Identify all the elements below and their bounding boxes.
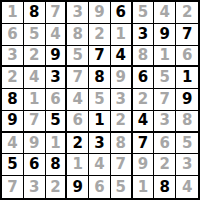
cell-r4c2[interactable]: 4: [24, 67, 46, 89]
cell-r4c8[interactable]: 5: [154, 67, 176, 89]
cell-r4c6[interactable]: 9: [111, 67, 133, 89]
cell-r2c7[interactable]: 3: [133, 24, 155, 46]
cell-r8c6[interactable]: 7: [111, 154, 133, 176]
cell-r9c6[interactable]: 5: [111, 176, 133, 198]
cell-r1c2[interactable]: 8: [24, 2, 46, 24]
cell-r1c1[interactable]: 1: [2, 2, 24, 24]
cell-r5c9[interactable]: 9: [176, 89, 198, 111]
cell-r4c9[interactable]: 1: [176, 67, 198, 89]
cell-r6c3[interactable]: 5: [46, 111, 68, 133]
cell-r3c2[interactable]: 2: [24, 46, 46, 68]
cell-r3c7[interactable]: 8: [133, 46, 155, 68]
cell-r1c9[interactable]: 2: [176, 2, 198, 24]
cell-r6c8[interactable]: 3: [154, 111, 176, 133]
cell-r1c3[interactable]: 7: [46, 2, 68, 24]
cell-r9c8[interactable]: 8: [154, 176, 176, 198]
cell-r5c8[interactable]: 7: [154, 89, 176, 111]
cell-r7c1[interactable]: 4: [2, 133, 24, 155]
cell-r8c9[interactable]: 3: [176, 154, 198, 176]
cell-r3c6[interactable]: 4: [111, 46, 133, 68]
sudoku-board: 1873965426548213973295748162437896518164…: [0, 0, 200, 200]
cell-r7c3[interactable]: 1: [46, 133, 68, 155]
cell-r9c1[interactable]: 7: [2, 176, 24, 198]
cell-r5c5[interactable]: 5: [89, 89, 111, 111]
cell-r1c4[interactable]: 3: [67, 2, 89, 24]
cell-r9c5[interactable]: 6: [89, 176, 111, 198]
cell-r7c9[interactable]: 5: [176, 133, 198, 155]
cell-r8c7[interactable]: 9: [133, 154, 155, 176]
cell-r4c4[interactable]: 7: [67, 67, 89, 89]
cell-r6c9[interactable]: 8: [176, 111, 198, 133]
cell-r5c6[interactable]: 3: [111, 89, 133, 111]
cell-r8c2[interactable]: 6: [24, 154, 46, 176]
cell-r1c7[interactable]: 5: [133, 2, 155, 24]
cell-r2c6[interactable]: 1: [111, 24, 133, 46]
cell-r9c7[interactable]: 1: [133, 176, 155, 198]
cell-r2c4[interactable]: 8: [67, 24, 89, 46]
cell-r6c4[interactable]: 6: [67, 111, 89, 133]
cell-r3c9[interactable]: 6: [176, 46, 198, 68]
cell-r8c5[interactable]: 4: [89, 154, 111, 176]
cell-r1c5[interactable]: 9: [89, 2, 111, 24]
cell-r5c1[interactable]: 8: [2, 89, 24, 111]
cell-r4c7[interactable]: 6: [133, 67, 155, 89]
cell-r7c4[interactable]: 2: [67, 133, 89, 155]
cell-r6c5[interactable]: 1: [89, 111, 111, 133]
cell-r3c5[interactable]: 7: [89, 46, 111, 68]
cell-r3c4[interactable]: 5: [67, 46, 89, 68]
cell-r9c4[interactable]: 9: [67, 176, 89, 198]
cell-r8c3[interactable]: 8: [46, 154, 68, 176]
cell-r9c2[interactable]: 3: [24, 176, 46, 198]
cell-r2c8[interactable]: 9: [154, 24, 176, 46]
cell-r6c1[interactable]: 9: [2, 111, 24, 133]
cell-r4c5[interactable]: 8: [89, 67, 111, 89]
cell-r3c8[interactable]: 1: [154, 46, 176, 68]
cell-r5c4[interactable]: 4: [67, 89, 89, 111]
cell-r7c6[interactable]: 8: [111, 133, 133, 155]
cell-r1c6[interactable]: 6: [111, 2, 133, 24]
cell-r4c1[interactable]: 2: [2, 67, 24, 89]
cell-r5c3[interactable]: 6: [46, 89, 68, 111]
cell-r4c3[interactable]: 3: [46, 67, 68, 89]
cell-r1c8[interactable]: 4: [154, 2, 176, 24]
cell-r5c7[interactable]: 2: [133, 89, 155, 111]
cell-r8c8[interactable]: 2: [154, 154, 176, 176]
cell-r2c5[interactable]: 2: [89, 24, 111, 46]
cell-r2c9[interactable]: 7: [176, 24, 198, 46]
cell-r3c3[interactable]: 9: [46, 46, 68, 68]
cell-r7c8[interactable]: 6: [154, 133, 176, 155]
cell-r6c7[interactable]: 4: [133, 111, 155, 133]
cell-r2c2[interactable]: 5: [24, 24, 46, 46]
cell-r9c9[interactable]: 4: [176, 176, 198, 198]
cell-r5c2[interactable]: 1: [24, 89, 46, 111]
cell-r6c6[interactable]: 2: [111, 111, 133, 133]
cell-r9c3[interactable]: 2: [46, 176, 68, 198]
cell-r7c7[interactable]: 7: [133, 133, 155, 155]
cell-r2c1[interactable]: 6: [2, 24, 24, 46]
cell-r8c1[interactable]: 5: [2, 154, 24, 176]
cell-r8c4[interactable]: 1: [67, 154, 89, 176]
cell-r7c2[interactable]: 9: [24, 133, 46, 155]
cell-r6c2[interactable]: 7: [24, 111, 46, 133]
cell-r7c5[interactable]: 3: [89, 133, 111, 155]
cell-r3c1[interactable]: 3: [2, 46, 24, 68]
cell-r2c3[interactable]: 4: [46, 24, 68, 46]
